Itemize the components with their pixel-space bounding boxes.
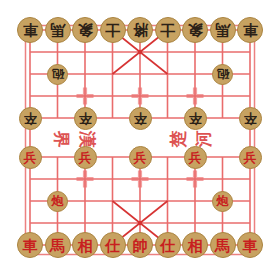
piece-black-horse[interactable]: 馬 (210, 17, 236, 43)
board-point: 相 (71, 234, 99, 256)
piece-black-chariot[interactable]: 車 (17, 17, 43, 43)
piece-black-soldier[interactable]: 卒 (74, 107, 97, 130)
piece-black-elephant[interactable]: 象 (182, 17, 208, 43)
board-point: 相 (181, 234, 209, 256)
piece-black-cannon[interactable]: 砲 (212, 64, 233, 85)
piece-glyph: 車 (23, 23, 38, 38)
piece-glyph: 仕 (105, 238, 120, 253)
board-point: 卒 (71, 107, 99, 129)
board-point: 砲 (44, 63, 72, 85)
board-point: 卒 (16, 107, 44, 129)
board-point: 兵 (181, 146, 209, 168)
piece-black-advisor[interactable]: 士 (155, 17, 181, 43)
piece-glyph: 炮 (217, 195, 229, 207)
piece-glyph: 帥 (133, 238, 148, 253)
board-point: 將 (126, 19, 154, 41)
board-point: 士 (99, 19, 127, 41)
piece-glyph: 兵 (24, 151, 37, 164)
piece-glyph: 卒 (189, 112, 202, 125)
piece-glyph: 將 (133, 23, 148, 38)
piece-red-chariot[interactable]: 車 (17, 232, 43, 258)
piece-glyph: 卒 (79, 112, 92, 125)
board-point: 馬 (44, 234, 72, 256)
piece-black-elephant[interactable]: 象 (72, 17, 98, 43)
piece-glyph: 馬 (50, 238, 65, 253)
piece-glyph: 卒 (244, 112, 257, 125)
piece-glyph: 士 (105, 23, 120, 38)
piece-black-horse[interactable]: 馬 (45, 17, 71, 43)
piece-glyph: 士 (160, 23, 175, 38)
piece-red-chariot[interactable]: 車 (237, 232, 263, 258)
board-point: 仕 (154, 234, 182, 256)
piece-glyph: 車 (243, 23, 258, 38)
piece-red-elephant[interactable]: 相 (72, 232, 98, 258)
piece-black-soldier[interactable]: 卒 (239, 107, 262, 130)
board-point: 兵 (236, 146, 264, 168)
xiangqi-board: 界 漢 楚 河 車馬象士將士象馬車砲砲卒卒卒卒卒兵兵兵兵兵炮炮車馬相仕帥仕相馬車 (0, 0, 280, 280)
board-point: 帥 (126, 234, 154, 256)
piece-red-cannon[interactable]: 炮 (212, 191, 233, 212)
piece-black-chariot[interactable]: 車 (237, 17, 263, 43)
piece-red-horse[interactable]: 馬 (45, 232, 71, 258)
piece-red-soldier[interactable]: 兵 (184, 146, 207, 169)
piece-red-advisor[interactable]: 仕 (100, 232, 126, 258)
piece-glyph: 炮 (52, 195, 64, 207)
piece-black-soldier[interactable]: 卒 (129, 107, 152, 130)
piece-grid: 車馬象士將士象馬車砲砲卒卒卒卒卒兵兵兵兵兵炮炮車馬相仕帥仕相馬車 (16, 19, 264, 256)
piece-glyph: 象 (78, 23, 93, 38)
board-point: 仕 (99, 234, 127, 256)
piece-glyph: 馬 (215, 238, 230, 253)
piece-glyph: 兵 (134, 151, 147, 164)
piece-glyph: 馬 (50, 23, 65, 38)
piece-glyph: 砲 (217, 68, 229, 80)
board-point: 卒 (126, 107, 154, 129)
piece-black-soldier[interactable]: 卒 (19, 107, 42, 130)
board-point: 馬 (44, 19, 72, 41)
piece-glyph: 象 (188, 23, 203, 38)
piece-glyph: 兵 (244, 151, 257, 164)
board-point: 士 (154, 19, 182, 41)
board-point: 馬 (209, 19, 237, 41)
board-point: 兵 (126, 146, 154, 168)
board-point: 炮 (209, 190, 237, 212)
piece-glyph: 相 (188, 238, 203, 253)
piece-glyph: 車 (243, 238, 258, 253)
board-point: 卒 (236, 107, 264, 129)
board-point: 炮 (44, 190, 72, 212)
piece-red-general[interactable]: 帥 (127, 232, 153, 258)
board-point: 車 (16, 19, 44, 41)
board-point: 象 (181, 19, 209, 41)
piece-red-soldier[interactable]: 兵 (74, 146, 97, 169)
piece-black-advisor[interactable]: 士 (100, 17, 126, 43)
board-point: 兵 (71, 146, 99, 168)
piece-black-cannon[interactable]: 砲 (47, 64, 68, 85)
piece-red-advisor[interactable]: 仕 (155, 232, 181, 258)
board-point: 砲 (209, 63, 237, 85)
piece-red-soldier[interactable]: 兵 (129, 146, 152, 169)
board-point: 車 (16, 234, 44, 256)
piece-red-soldier[interactable]: 兵 (19, 146, 42, 169)
piece-glyph: 車 (23, 238, 38, 253)
piece-glyph: 卒 (24, 112, 37, 125)
piece-red-elephant[interactable]: 相 (182, 232, 208, 258)
board-point: 兵 (16, 146, 44, 168)
board-point: 卒 (181, 107, 209, 129)
piece-glyph: 兵 (79, 151, 92, 164)
board-point: 象 (71, 19, 99, 41)
piece-red-cannon[interactable]: 炮 (47, 191, 68, 212)
piece-glyph: 卒 (134, 112, 147, 125)
piece-glyph: 仕 (160, 238, 175, 253)
piece-glyph: 相 (78, 238, 93, 253)
piece-red-soldier[interactable]: 兵 (239, 146, 262, 169)
piece-black-soldier[interactable]: 卒 (184, 107, 207, 130)
board-point: 馬 (209, 234, 237, 256)
board-point: 車 (236, 234, 264, 256)
piece-black-general[interactable]: 將 (127, 17, 153, 43)
piece-glyph: 馬 (215, 23, 230, 38)
piece-red-horse[interactable]: 馬 (210, 232, 236, 258)
piece-glyph: 兵 (189, 151, 202, 164)
piece-glyph: 砲 (52, 68, 64, 80)
board-point: 車 (236, 19, 264, 41)
